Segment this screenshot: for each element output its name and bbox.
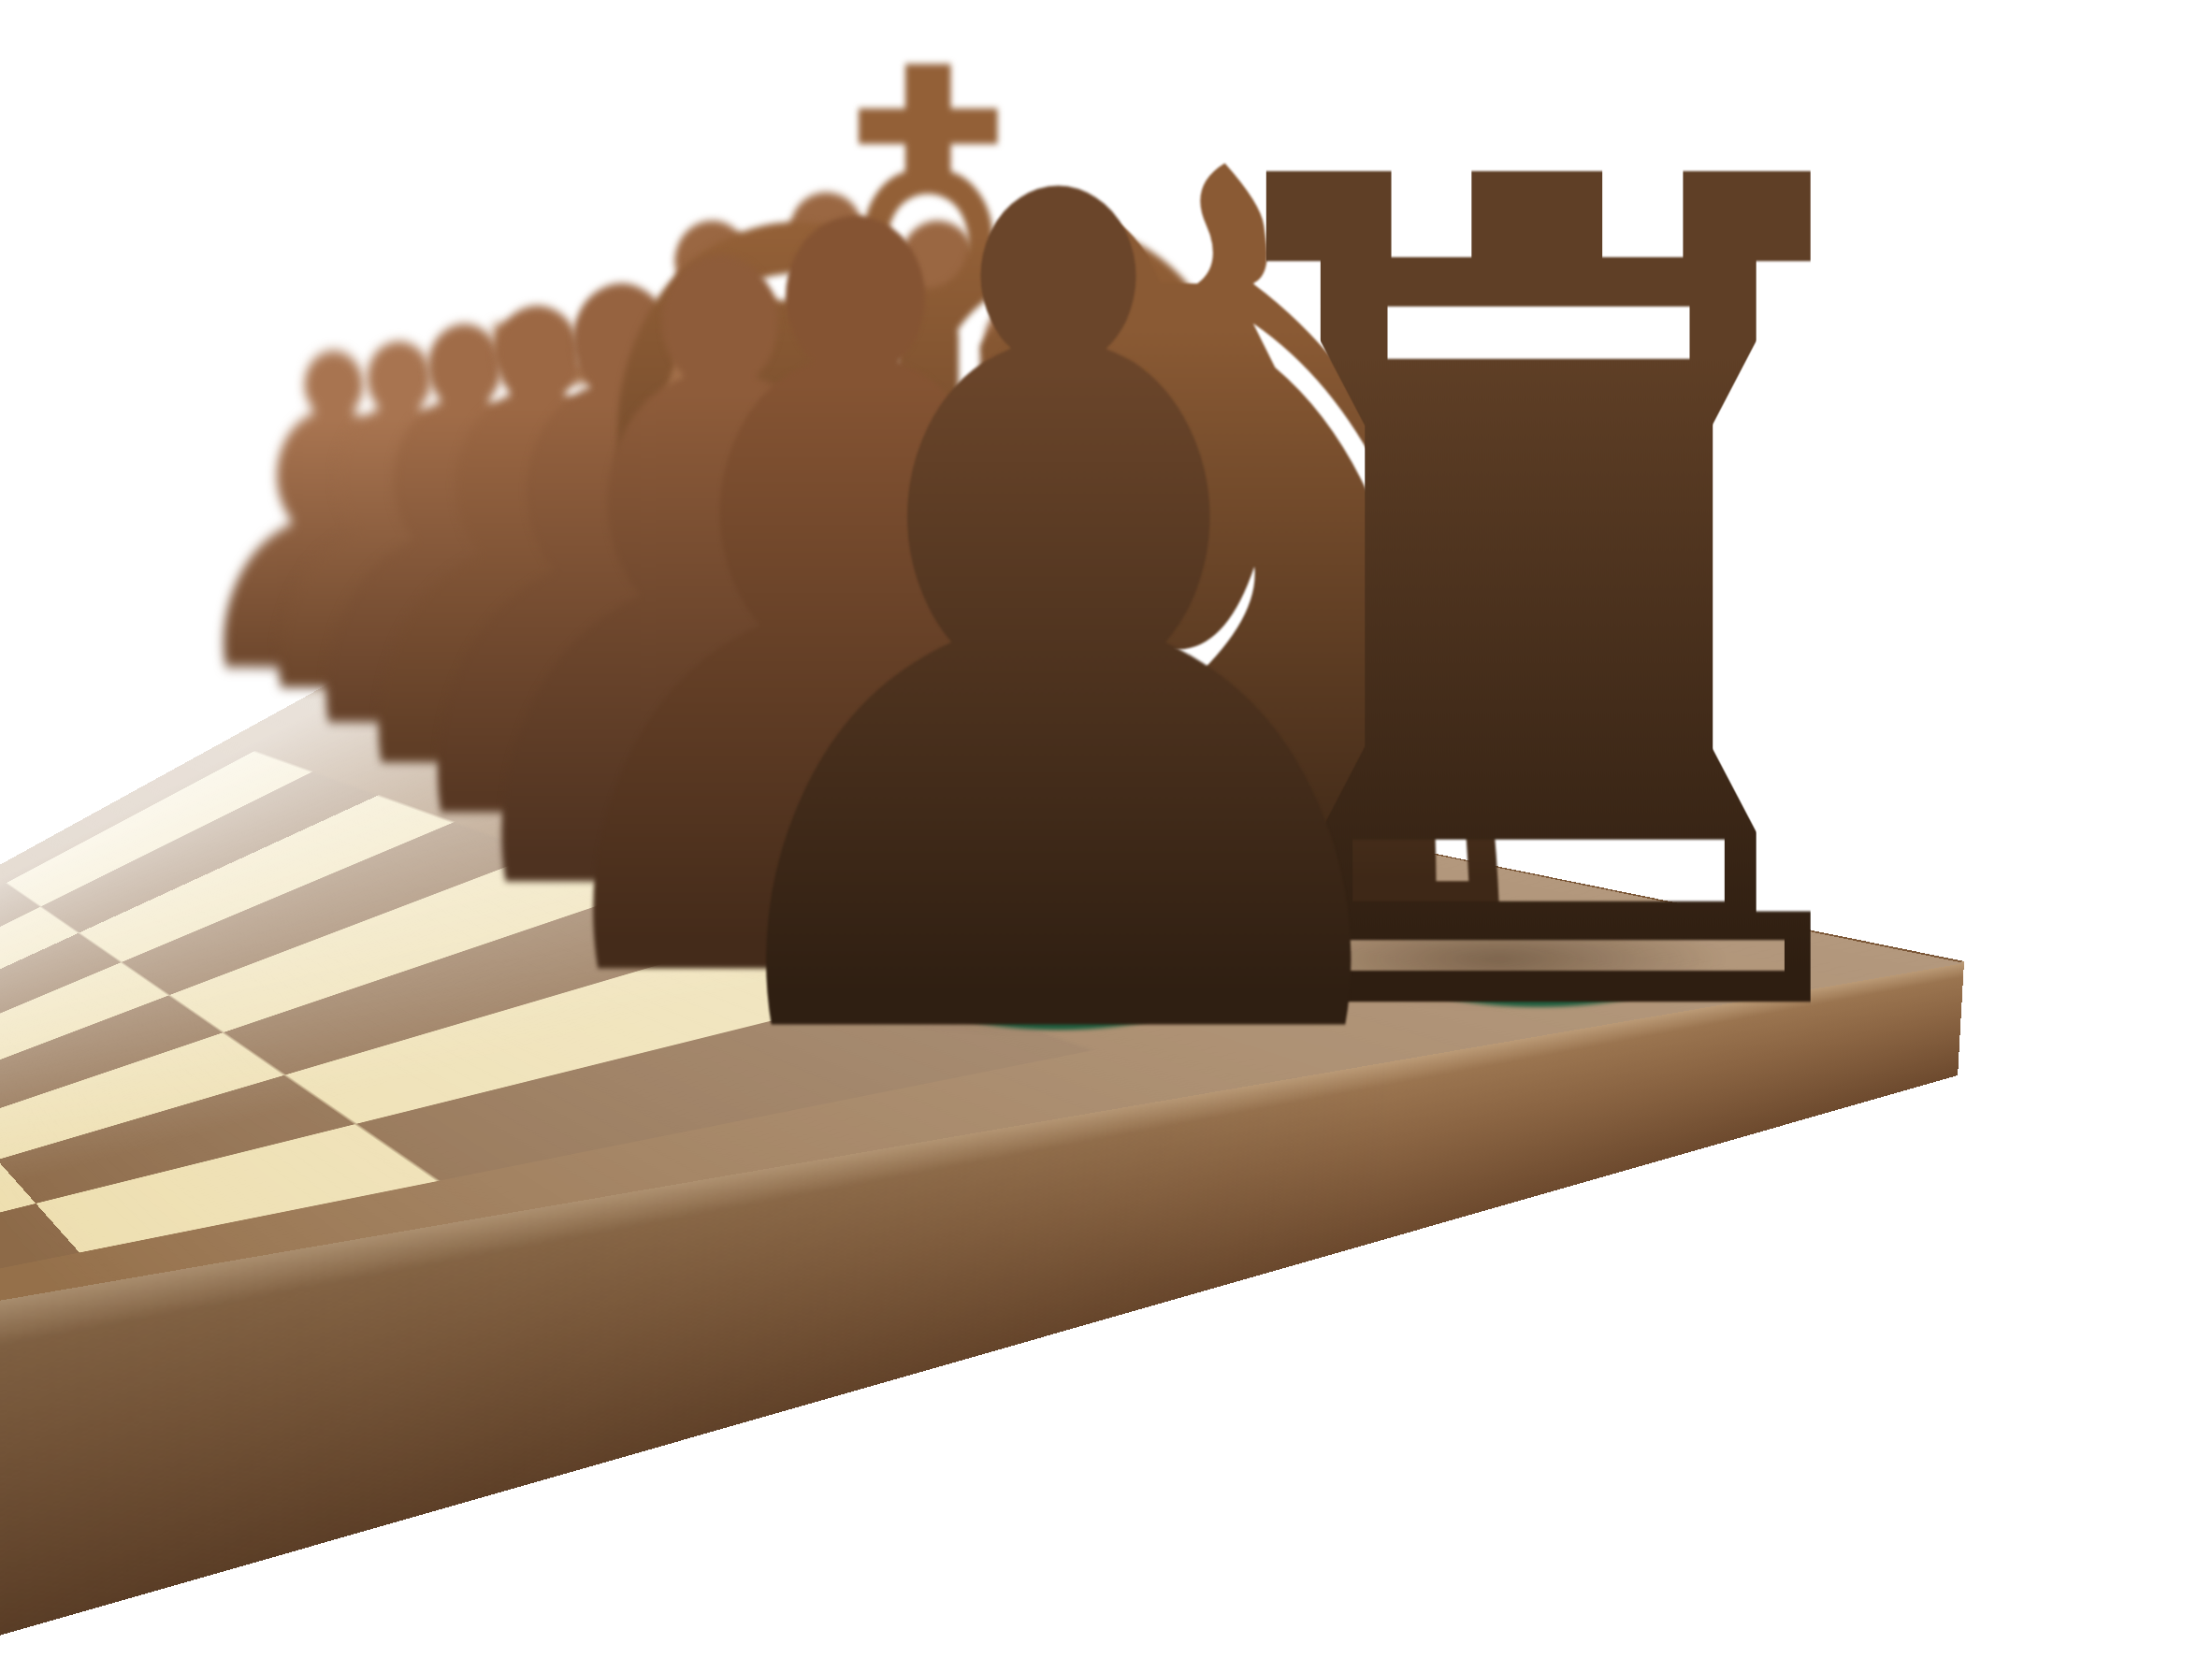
chess-set-photo: { "game": "chess", "scene": { "descripti… (0, 0, 2212, 1658)
piece-h7-black-pawn[interactable]: ♟ (621, 52, 1496, 1201)
piece-layer: ♟♟♜♞♟♝♟♛♟♚♝♟♞♟♜♟ (0, 0, 2212, 1658)
